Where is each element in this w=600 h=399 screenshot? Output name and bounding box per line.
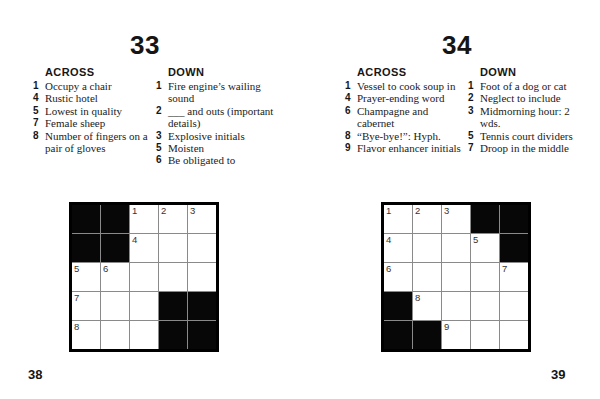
page-number-right: 39: [551, 367, 565, 382]
clue-item: 3Midmorning hour: 2 wds.: [468, 105, 584, 130]
grid-cell-number: 5: [74, 263, 79, 274]
grid-cell: 3: [188, 205, 216, 233]
grid-cell: [413, 234, 441, 262]
grid-cell-number: 4: [386, 234, 391, 245]
across-clues: 1Occupy a chair4Rustic hotel5Lowest in q…: [33, 80, 159, 154]
clue-item: 8“Bye-bye!”: Hyph.: [345, 130, 467, 142]
puzzle-number: 34: [342, 30, 572, 61]
grid-cell-black: [188, 292, 216, 320]
grid-cell: [471, 263, 499, 291]
grid-cell: 8: [413, 292, 441, 320]
clue-text: Occupy a chair: [42, 80, 159, 92]
grid-cell-number: 5: [473, 234, 478, 245]
puzzle-34: 34 ACROSS 1Vessel to cook soup in4Prayer…: [342, 30, 600, 360]
grid-cell-black: [101, 234, 129, 262]
grid-cell: 6: [384, 263, 412, 291]
grid-cell-number: 7: [502, 263, 507, 274]
clue-item: 1Vessel to cook soup in: [345, 80, 467, 92]
clue-text: Female sheep: [42, 117, 159, 129]
grid-cell-number: 1: [132, 205, 137, 216]
grid-cell: [159, 234, 187, 262]
clue-number: 9: [345, 142, 354, 154]
clue-item: 2Neglect to include: [468, 92, 584, 104]
grid-cell: [442, 263, 470, 291]
grid-cell-number: 9: [444, 321, 449, 332]
clue-text: Lowest in quality: [42, 105, 159, 117]
clue-text: Tennis court dividers: [477, 130, 584, 142]
grid-cell-number: 8: [74, 321, 79, 332]
grid-cell: 5: [471, 234, 499, 262]
down-clues: 1Foot of a dog or cat2Neglect to include…: [468, 80, 584, 154]
clue-number: 6: [156, 154, 165, 166]
clue-number: 3: [156, 130, 165, 142]
grid-cell: [188, 234, 216, 262]
across-header: ACROSS: [45, 66, 159, 78]
crossword-grid: 12345678: [69, 202, 219, 352]
grid-cell: [159, 263, 187, 291]
grid-cell: 4: [384, 234, 412, 262]
clue-item: 8Number of fingers on a pair of gloves: [33, 130, 159, 155]
clue-number: 5: [468, 130, 477, 142]
clue-number: 8: [33, 130, 42, 142]
clue-number: 2: [468, 92, 477, 104]
across-header: ACROSS: [357, 66, 467, 78]
clue-item: 6Be obligated to: [156, 154, 278, 166]
clue-number: 7: [33, 117, 42, 129]
clue-item: 2___ and outs (important details): [156, 105, 278, 130]
grid-cell-number: 3: [190, 205, 195, 216]
clue-item: 1Occupy a chair: [33, 80, 159, 92]
grid-cell: [500, 292, 528, 320]
clue-number: 1: [156, 80, 165, 92]
puzzle-33: 33 ACROSS 1Occupy a chair4Rustic hotel5L…: [30, 30, 300, 360]
clue-number: 4: [345, 92, 354, 104]
grid-cell-number: 1: [386, 205, 391, 216]
clue-item: 5Tennis court dividers: [468, 130, 584, 142]
grid-cell-number: 6: [386, 263, 391, 274]
grid-cell-black: [384, 321, 412, 349]
grid-cell: 1: [130, 205, 158, 233]
grid-cell: 8: [72, 321, 100, 349]
grid-cell-black: [159, 292, 187, 320]
clue-text: Midmorning hour: 2 wds.: [477, 105, 584, 130]
down-header: DOWN: [480, 66, 584, 78]
clue-text: Neglect to include: [477, 92, 584, 104]
grid-cell-black: [413, 321, 441, 349]
grid-cell: [442, 234, 470, 262]
across-clues: 1Vessel to cook soup in4Prayer-ending wo…: [345, 80, 467, 154]
clue-number: 2: [156, 105, 165, 117]
clue-number: 7: [468, 142, 477, 154]
grid-cell-black: [72, 234, 100, 262]
down-header: DOWN: [168, 66, 278, 78]
clue-number: 1: [345, 80, 354, 92]
clue-text: Rustic hotel: [42, 92, 159, 104]
grid-cell: 2: [159, 205, 187, 233]
clue-text: Vessel to cook soup in: [354, 80, 467, 92]
clue-number: 6: [345, 105, 354, 117]
clue-number: 3: [468, 105, 477, 117]
clue-text: Flavor enhancer initials: [354, 142, 467, 154]
grid-cell-black: [72, 205, 100, 233]
grid-cell-black: [384, 292, 412, 320]
clue-text: Be obligated to: [165, 154, 278, 166]
across-clue-column: ACROSS 1Vessel to cook soup in4Prayer-en…: [345, 66, 467, 154]
grid-cell: [413, 263, 441, 291]
down-clue-column: DOWN 1Fire engine’s wailing sound2___ an…: [156, 66, 278, 167]
clue-number: 4: [33, 92, 42, 104]
clue-item: 5Moisten: [156, 142, 278, 154]
grid-cell: 9: [442, 321, 470, 349]
grid-cell: [130, 321, 158, 349]
clue-item: 7Female sheep: [33, 117, 159, 129]
clue-text: Droop in the middle: [477, 142, 584, 154]
grid-cell: 2: [413, 205, 441, 233]
clue-text: Champagne and cabernet: [354, 105, 467, 130]
down-clue-column: DOWN 1Foot of a dog or cat2Neglect to in…: [468, 66, 584, 154]
grid-cell: 1: [384, 205, 412, 233]
puzzle-number: 33: [30, 30, 260, 61]
clue-item: 7Droop in the middle: [468, 142, 584, 154]
grid-cell-black: [188, 321, 216, 349]
clue-number: 1: [468, 80, 477, 92]
grid-cell: [442, 292, 470, 320]
grid-cell-number: 2: [415, 205, 420, 216]
clue-item: 1Fire engine’s wailing sound: [156, 80, 278, 105]
clue-number: 1: [33, 80, 42, 92]
grid-cell-black: [500, 234, 528, 262]
grid-cell: [471, 321, 499, 349]
clue-number: 8: [345, 130, 354, 142]
crossword-grid: 123456789: [381, 202, 531, 352]
grid-cell-number: 3: [444, 205, 449, 216]
grid-cell: 7: [72, 292, 100, 320]
clue-number: 5: [156, 142, 165, 154]
grid-cell: [130, 292, 158, 320]
grid-cell: 7: [500, 263, 528, 291]
grid-cell: 5: [72, 263, 100, 291]
clue-text: Moisten: [165, 142, 278, 154]
grid-cell-black: [159, 321, 187, 349]
grid-cell-number: 8: [415, 292, 420, 303]
clue-item: 5Lowest in quality: [33, 105, 159, 117]
grid-cell-number: 6: [103, 263, 108, 274]
clue-text: Fire engine’s wailing sound: [165, 80, 278, 105]
book-page-spread: 33 ACROSS 1Occupy a chair4Rustic hotel5L…: [0, 0, 600, 399]
grid-cell: 6: [101, 263, 129, 291]
grid-cell-black: [101, 205, 129, 233]
clue-text: “Bye-bye!”: Hyph.: [354, 130, 467, 142]
grid-cell-black: [500, 205, 528, 233]
grid-cell: [101, 292, 129, 320]
across-clue-column: ACROSS 1Occupy a chair4Rustic hotel5Lowe…: [33, 66, 159, 154]
clue-item: 1Foot of a dog or cat: [468, 80, 584, 92]
clue-text: Explosive initials: [165, 130, 278, 142]
clue-item: 4Prayer-ending word: [345, 92, 467, 104]
grid-cell: [188, 263, 216, 291]
clue-item: 3Explosive initials: [156, 130, 278, 142]
clue-text: Foot of a dog or cat: [477, 80, 584, 92]
clue-text: Number of fingers on a pair of gloves: [42, 130, 159, 155]
grid-cell-black: [471, 205, 499, 233]
grid-cell: [130, 263, 158, 291]
grid-cell-number: 4: [132, 234, 137, 245]
down-clues: 1Fire engine’s wailing sound2___ and out…: [156, 80, 278, 167]
grid-cell: [101, 321, 129, 349]
clue-item: 4Rustic hotel: [33, 92, 159, 104]
clue-text: Prayer-ending word: [354, 92, 467, 104]
grid-cell-number: 2: [161, 205, 166, 216]
clue-item: 6Champagne and cabernet: [345, 105, 467, 130]
grid-cell: 4: [130, 234, 158, 262]
grid-cell: 3: [442, 205, 470, 233]
grid-cell: [471, 292, 499, 320]
clue-text: ___ and outs (important details): [165, 105, 278, 130]
page-number-left: 38: [28, 367, 42, 382]
grid-cell-number: 7: [74, 292, 79, 303]
clue-number: 5: [33, 105, 42, 117]
clue-item: 9Flavor enhancer initials: [345, 142, 467, 154]
grid-cell: [500, 321, 528, 349]
